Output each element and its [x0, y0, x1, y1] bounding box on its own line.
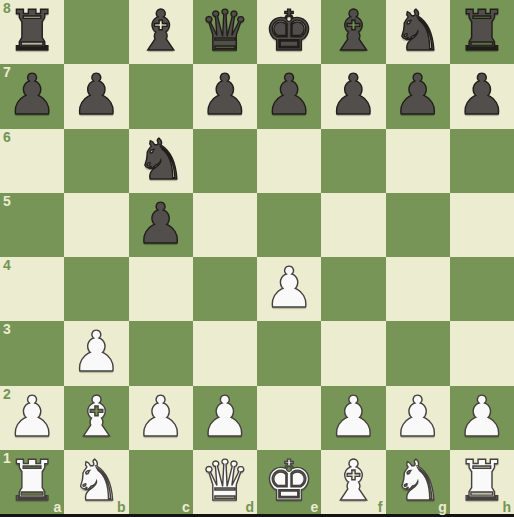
piece-white-queen[interactable]: ♛ — [200, 453, 250, 509]
square-e2[interactable] — [257, 386, 321, 450]
square-e5[interactable] — [257, 193, 321, 257]
square-b3[interactable]: ♟ — [64, 321, 128, 385]
square-h3[interactable] — [450, 321, 514, 385]
piece-white-pawn[interactable]: ♟ — [264, 260, 314, 316]
square-b5[interactable] — [64, 193, 128, 257]
square-f5[interactable] — [321, 193, 385, 257]
square-f1[interactable]: f♝ — [321, 450, 385, 514]
piece-white-pawn[interactable]: ♟ — [136, 389, 186, 445]
piece-white-king[interactable]: ♚ — [264, 453, 314, 509]
square-d6[interactable] — [193, 129, 257, 193]
piece-black-queen[interactable]: ♛ — [200, 3, 250, 59]
square-c3[interactable] — [129, 321, 193, 385]
square-a1[interactable]: 1a♜ — [0, 450, 64, 514]
square-b8[interactable] — [64, 0, 128, 64]
piece-black-pawn[interactable]: ♟ — [457, 67, 507, 123]
square-g8[interactable]: ♞ — [386, 0, 450, 64]
square-a4[interactable]: 4 — [0, 257, 64, 321]
piece-white-pawn[interactable]: ♟ — [7, 389, 57, 445]
square-d3[interactable] — [193, 321, 257, 385]
square-d4[interactable] — [193, 257, 257, 321]
square-f8[interactable]: ♝ — [321, 0, 385, 64]
square-c1[interactable]: c — [129, 450, 193, 514]
square-g7[interactable]: ♟ — [386, 64, 450, 128]
square-e8[interactable]: ♚ — [257, 0, 321, 64]
square-a5[interactable]: 5 — [0, 193, 64, 257]
piece-white-pawn[interactable]: ♟ — [393, 389, 443, 445]
square-f3[interactable] — [321, 321, 385, 385]
piece-black-pawn[interactable]: ♟ — [71, 67, 121, 123]
square-g4[interactable] — [386, 257, 450, 321]
piece-black-bishop[interactable]: ♝ — [328, 3, 378, 59]
square-a6[interactable]: 6 — [0, 129, 64, 193]
square-h5[interactable] — [450, 193, 514, 257]
square-c4[interactable] — [129, 257, 193, 321]
piece-white-rook[interactable]: ♜ — [7, 453, 57, 509]
piece-white-pawn[interactable]: ♟ — [200, 389, 250, 445]
square-d1[interactable]: d♛ — [193, 450, 257, 514]
square-g3[interactable] — [386, 321, 450, 385]
square-b2[interactable]: ♝ — [64, 386, 128, 450]
piece-white-pawn[interactable]: ♟ — [457, 389, 507, 445]
square-c2[interactable]: ♟ — [129, 386, 193, 450]
chess-board: 8♜♝♛♚♝♞♜7♟♟♟♟♟♟♟6♞5♟4♟3♟2♟♝♟♟♟♟♟1a♜b♞cd♛… — [0, 0, 514, 514]
square-a7[interactable]: 7♟ — [0, 64, 64, 128]
square-e1[interactable]: e♚ — [257, 450, 321, 514]
piece-black-rook[interactable]: ♜ — [7, 3, 57, 59]
piece-black-pawn[interactable]: ♟ — [7, 67, 57, 123]
piece-black-pawn[interactable]: ♟ — [264, 67, 314, 123]
piece-black-pawn[interactable]: ♟ — [200, 67, 250, 123]
square-g2[interactable]: ♟ — [386, 386, 450, 450]
square-f6[interactable] — [321, 129, 385, 193]
piece-white-bishop[interactable]: ♝ — [328, 453, 378, 509]
square-h6[interactable] — [450, 129, 514, 193]
chess-board-window: 8♜♝♛♚♝♞♜7♟♟♟♟♟♟♟6♞5♟4♟3♟2♟♝♟♟♟♟♟1a♜b♞cd♛… — [0, 0, 514, 517]
piece-black-pawn[interactable]: ♟ — [328, 67, 378, 123]
square-e4[interactable]: ♟ — [257, 257, 321, 321]
square-a3[interactable]: 3 — [0, 321, 64, 385]
piece-black-knight[interactable]: ♞ — [393, 3, 443, 59]
square-f4[interactable] — [321, 257, 385, 321]
piece-white-pawn[interactable]: ♟ — [71, 324, 121, 380]
piece-black-knight[interactable]: ♞ — [136, 132, 186, 188]
piece-black-rook[interactable]: ♜ — [457, 3, 507, 59]
square-h4[interactable] — [450, 257, 514, 321]
piece-white-knight[interactable]: ♞ — [71, 453, 121, 509]
piece-white-rook[interactable]: ♜ — [457, 453, 507, 509]
piece-black-king[interactable]: ♚ — [264, 3, 314, 59]
square-b6[interactable] — [64, 129, 128, 193]
square-d7[interactable]: ♟ — [193, 64, 257, 128]
piece-white-knight[interactable]: ♞ — [393, 453, 443, 509]
square-h2[interactable]: ♟ — [450, 386, 514, 450]
square-h7[interactable]: ♟ — [450, 64, 514, 128]
square-h1[interactable]: h♜ — [450, 450, 514, 514]
square-e7[interactable]: ♟ — [257, 64, 321, 128]
square-c7[interactable] — [129, 64, 193, 128]
square-c8[interactable]: ♝ — [129, 0, 193, 64]
piece-black-bishop[interactable]: ♝ — [136, 3, 186, 59]
rank-label-6: 6 — [3, 129, 11, 145]
square-d2[interactable]: ♟ — [193, 386, 257, 450]
rank-label-5: 5 — [3, 193, 11, 209]
rank-label-4: 4 — [3, 257, 11, 273]
square-b7[interactable]: ♟ — [64, 64, 128, 128]
square-g5[interactable] — [386, 193, 450, 257]
piece-white-bishop[interactable]: ♝ — [71, 389, 121, 445]
square-b4[interactable] — [64, 257, 128, 321]
square-d8[interactable]: ♛ — [193, 0, 257, 64]
square-f7[interactable]: ♟ — [321, 64, 385, 128]
piece-black-pawn[interactable]: ♟ — [393, 67, 443, 123]
file-label-f: f — [378, 499, 383, 515]
square-a8[interactable]: 8♜ — [0, 0, 64, 64]
square-g6[interactable] — [386, 129, 450, 193]
square-c6[interactable]: ♞ — [129, 129, 193, 193]
rank-label-3: 3 — [3, 321, 11, 337]
square-h8[interactable]: ♜ — [450, 0, 514, 64]
square-e6[interactable] — [257, 129, 321, 193]
square-c5[interactable]: ♟ — [129, 193, 193, 257]
square-b1[interactable]: b♞ — [64, 450, 128, 514]
square-d5[interactable] — [193, 193, 257, 257]
file-label-c: c — [182, 499, 190, 515]
piece-black-pawn[interactable]: ♟ — [136, 196, 186, 252]
square-a2[interactable]: 2♟ — [0, 386, 64, 450]
square-e3[interactable] — [257, 321, 321, 385]
square-f2[interactable]: ♟ — [321, 386, 385, 450]
piece-white-pawn[interactable]: ♟ — [328, 389, 378, 445]
square-g1[interactable]: g♞ — [386, 450, 450, 514]
